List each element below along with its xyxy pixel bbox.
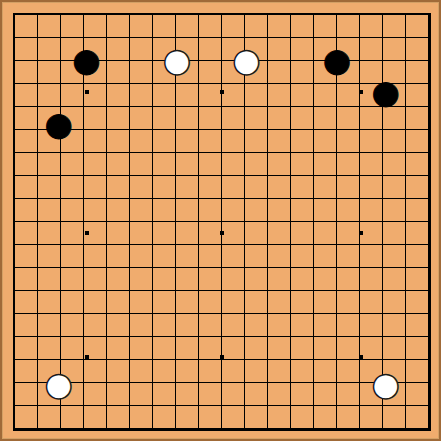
star-point <box>85 231 89 235</box>
stone-layer: ●●●●●●●● <box>3 3 441 441</box>
white-stone-C3[interactable]: ● <box>45 368 73 400</box>
star-point <box>220 231 224 235</box>
star-point <box>359 355 363 359</box>
star-point <box>359 231 363 235</box>
black-stone-C15[interactable]: ● <box>45 108 73 140</box>
white-stone-R3[interactable]: ● <box>372 368 400 400</box>
star-point <box>85 355 89 359</box>
star-point <box>220 90 224 94</box>
star-point <box>220 355 224 359</box>
black-stone-R16[interactable]: ● <box>372 76 400 108</box>
black-stone-P17[interactable]: ● <box>323 44 351 76</box>
go-board[interactable]: ●●●●●●●● <box>0 0 441 441</box>
star-point <box>85 90 89 94</box>
white-stone-L17[interactable]: ● <box>233 44 261 76</box>
white-stone-H17[interactable]: ● <box>163 44 191 76</box>
star-point <box>359 90 363 94</box>
black-stone-D17[interactable]: ● <box>73 44 101 76</box>
